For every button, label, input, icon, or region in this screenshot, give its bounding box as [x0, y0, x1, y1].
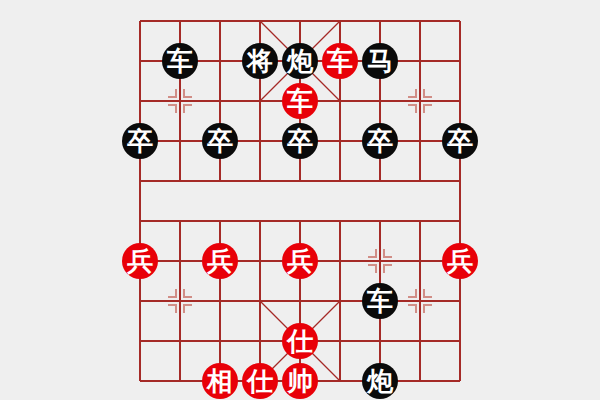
point-marker — [168, 289, 192, 313]
piece-black-chariot[interactable]: 车 — [362, 283, 398, 319]
point-marker — [408, 89, 432, 113]
point-marker — [168, 89, 192, 113]
piece-red-soldier[interactable]: 兵 — [282, 243, 318, 279]
point-marker — [408, 289, 432, 313]
piece-red-soldier[interactable]: 兵 — [122, 243, 158, 279]
xiangqi-board: 车将炮车马车卒卒卒卒卒兵兵兵兵车仕相仕帅炮 — [0, 0, 600, 400]
piece-black-soldier[interactable]: 卒 — [362, 123, 398, 159]
piece-black-soldier[interactable]: 卒 — [442, 123, 478, 159]
piece-black-soldier[interactable]: 卒 — [122, 123, 158, 159]
piece-red-general[interactable]: 帅 — [282, 363, 318, 399]
piece-red-soldier[interactable]: 兵 — [442, 243, 478, 279]
piece-red-chariot[interactable]: 车 — [282, 83, 318, 119]
piece-red-chariot[interactable]: 车 — [322, 43, 358, 79]
piece-black-soldier[interactable]: 卒 — [282, 123, 318, 159]
piece-black-cannon[interactable]: 炮 — [362, 363, 398, 399]
point-marker — [368, 249, 392, 273]
piece-black-soldier[interactable]: 卒 — [202, 123, 238, 159]
piece-red-elephant[interactable]: 相 — [202, 363, 238, 399]
piece-black-general[interactable]: 将 — [242, 43, 278, 79]
piece-red-soldier[interactable]: 兵 — [202, 243, 238, 279]
piece-black-horse[interactable]: 马 — [362, 43, 398, 79]
piece-red-advisor[interactable]: 仕 — [242, 363, 278, 399]
piece-black-cannon[interactable]: 炮 — [282, 43, 318, 79]
piece-black-chariot[interactable]: 车 — [162, 43, 198, 79]
piece-red-advisor[interactable]: 仕 — [282, 323, 318, 359]
